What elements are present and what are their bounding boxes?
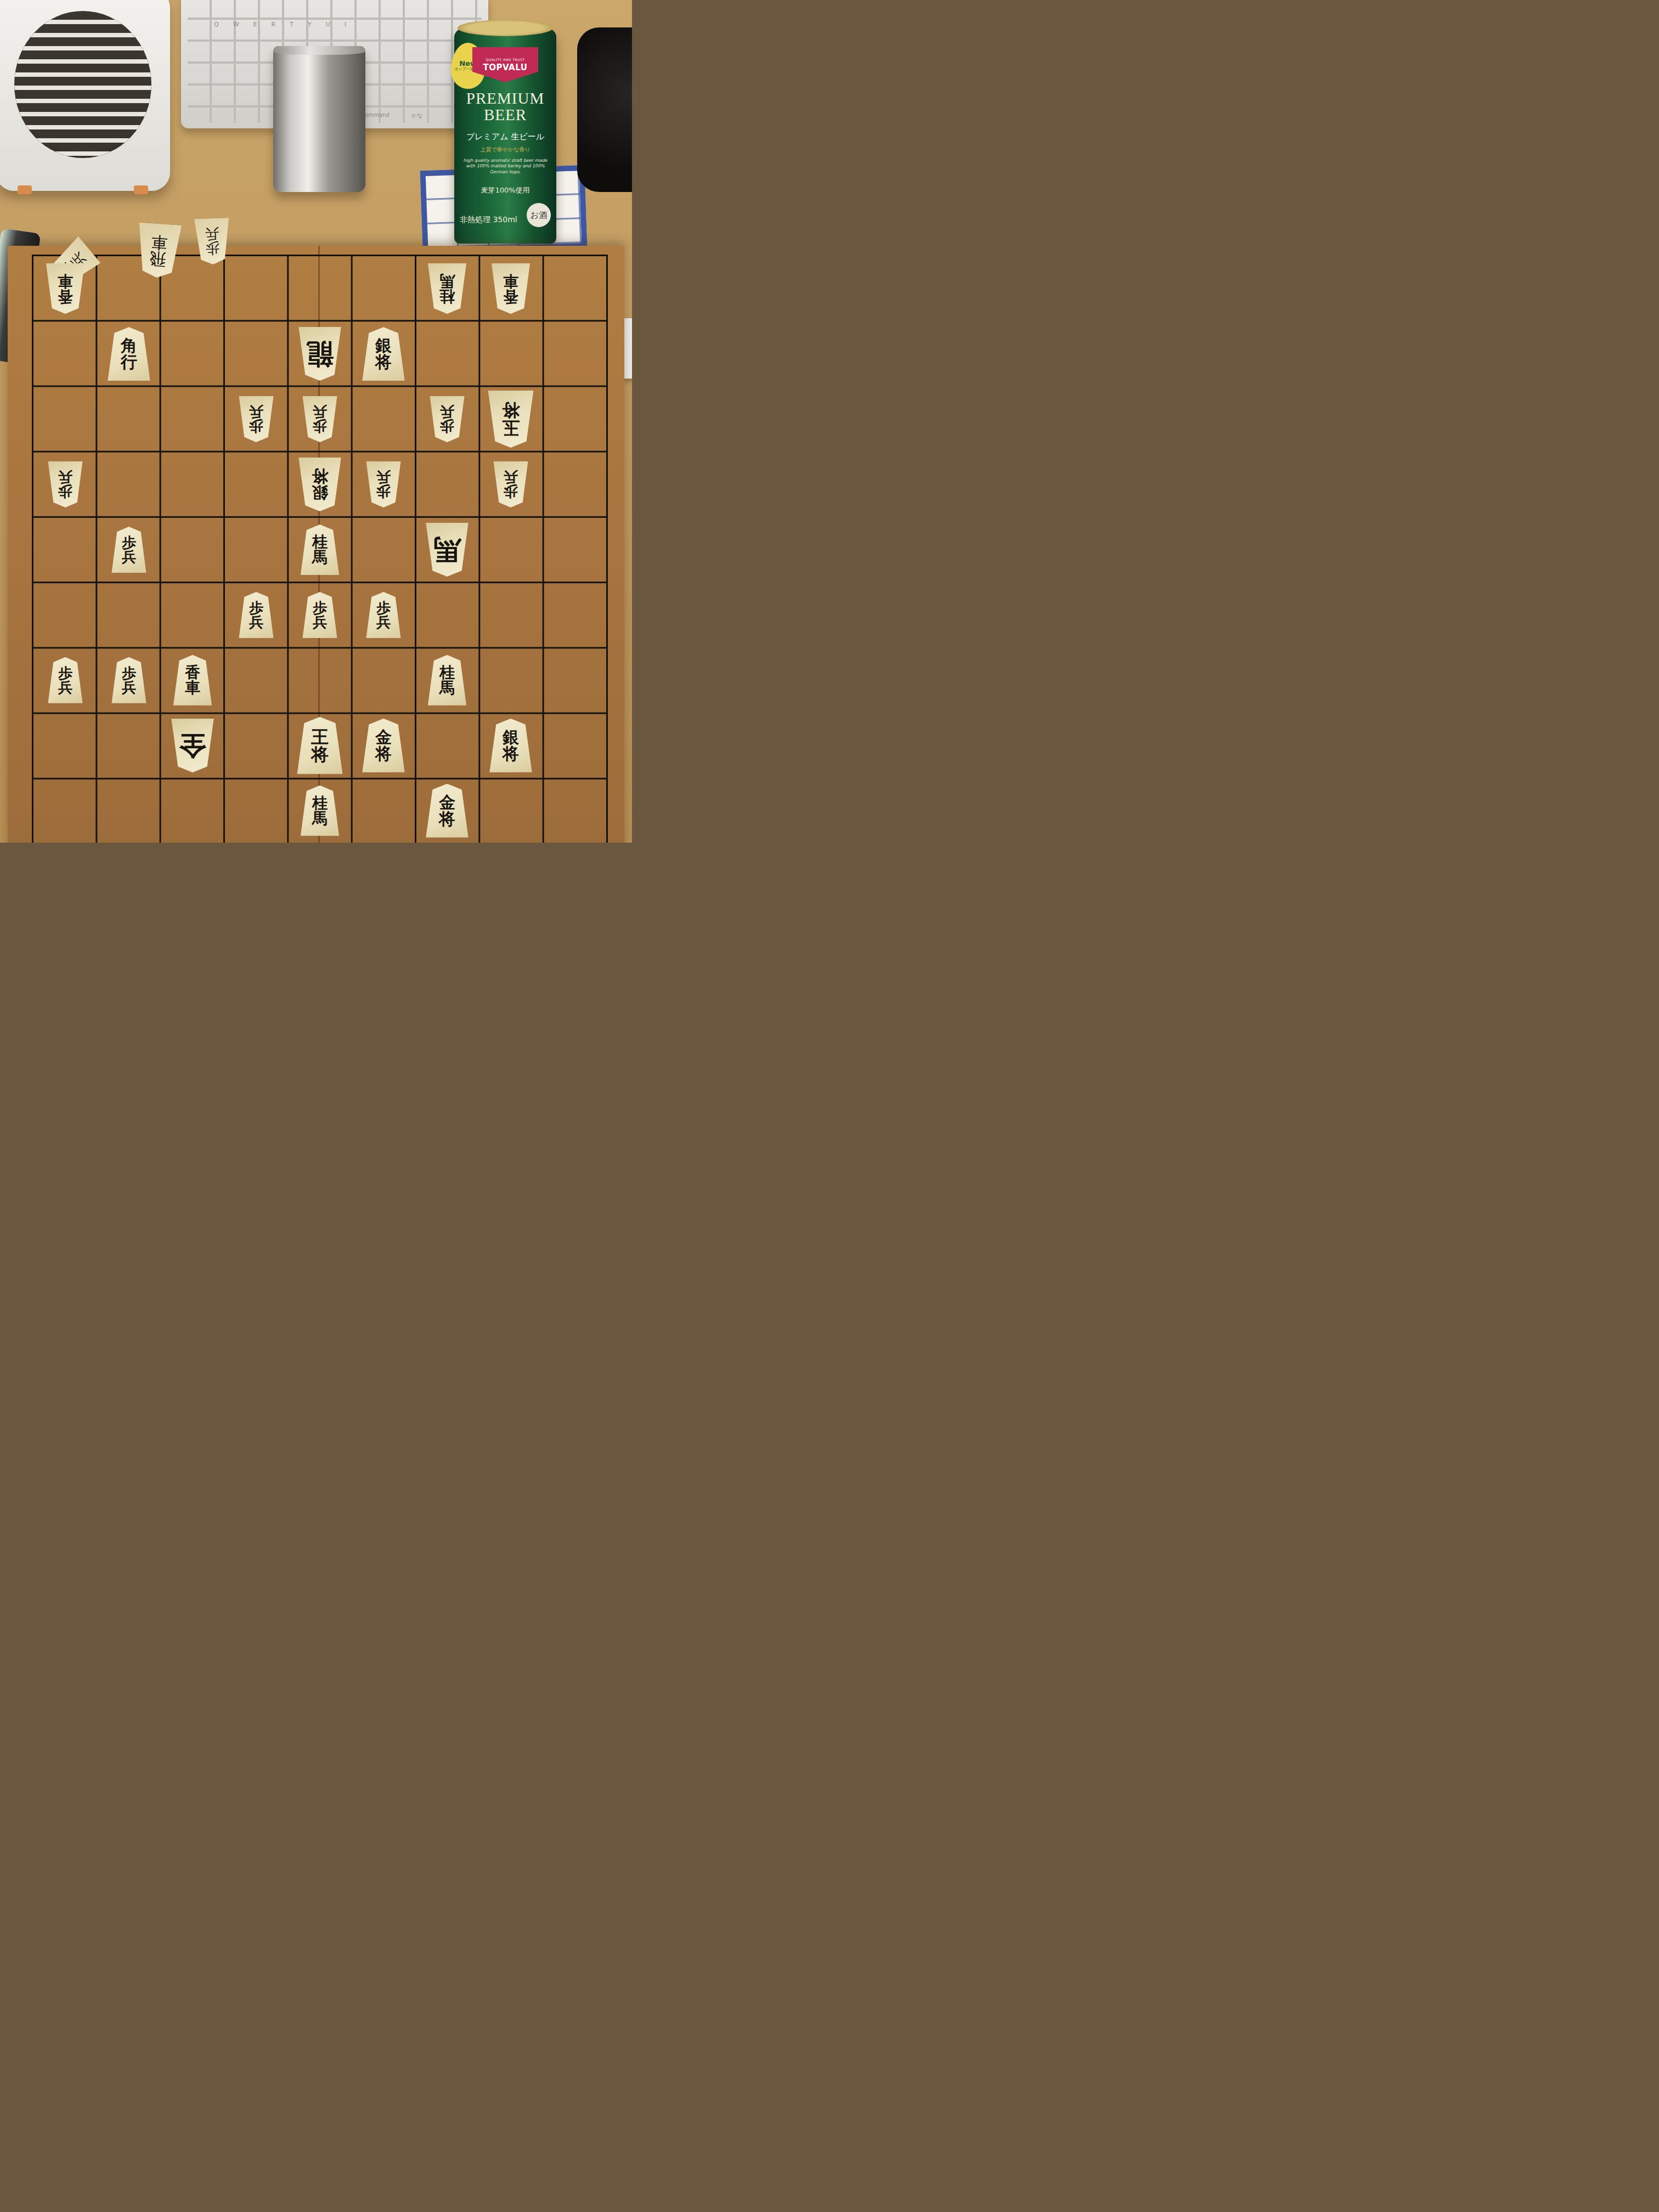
shogi-piece-3e[interactable]: 馬	[424, 523, 471, 577]
piece-kanji: 歩	[313, 419, 327, 433]
piece-kanji: 銀	[503, 729, 519, 746]
shogi-piece-3i[interactable]: 金将	[424, 784, 471, 838]
beer-subtitle: プレミアム 生ビール	[454, 132, 556, 142]
beer-body-text: high quality aromatic draft beer made wi…	[460, 158, 551, 175]
piece-kanji: 歩	[440, 419, 454, 433]
piece-kanji: 歩	[249, 419, 263, 433]
piece-kanji: 桂	[439, 289, 455, 304]
metal-tumbler	[273, 46, 365, 192]
key-command[interactable]: command	[362, 112, 390, 120]
piece-kanji: 桂	[439, 665, 455, 680]
beer-can-lid	[458, 20, 553, 36]
air-cooler-fan	[0, 0, 170, 191]
beer-title: PREMIUM BEER	[454, 90, 556, 123]
beer-can: New ホップ一部使用 QUALITY AND TRUST TOPVALU PR…	[454, 29, 556, 244]
beer-volume: 非熱処理 350ml	[460, 215, 517, 225]
fan-slats	[14, 11, 151, 158]
piece-kanji: 歩	[504, 484, 518, 499]
key-E[interactable]: E	[253, 21, 257, 28]
shogi-piece-5b[interactable]: 龍	[296, 327, 343, 381]
board-grid[interactable]: 香車桂馬香車角行龍銀将歩兵歩兵歩兵玉将歩兵銀将歩兵歩兵歩兵桂馬馬歩兵歩兵歩兵歩兵…	[32, 255, 608, 843]
shogi-piece-6f[interactable]: 歩兵	[237, 592, 275, 638]
shogi-piece-2h[interactable]: 銀将	[487, 719, 534, 772]
shogi-piece-4b[interactable]: 銀将	[360, 327, 407, 381]
piece-kanji: 歩	[58, 666, 72, 680]
piece-kanji: 将	[312, 468, 328, 484]
shogi-piece-9a[interactable]: 香車	[44, 263, 87, 314]
piece-kanji: 将	[502, 402, 520, 419]
piece-kanji: 歩	[122, 535, 136, 550]
piece-kanji: 銀	[375, 337, 392, 354]
piece-kanji: 兵	[313, 615, 327, 629]
piece-kanji: 兵	[58, 470, 72, 484]
piece-kanji: 車	[58, 273, 73, 289]
key-T[interactable]: T	[290, 21, 294, 28]
piece-kanji: 全	[179, 732, 206, 759]
shogi-piece-2c[interactable]: 玉将	[486, 391, 536, 448]
piece-kanji: 馬	[439, 680, 455, 696]
piece-kanji: 将	[439, 811, 455, 827]
key-Q[interactable]: Q	[214, 21, 219, 28]
shogi-piece-7h[interactable]: 全	[169, 719, 216, 772]
piece-kanji: 兵	[122, 680, 136, 695]
piece-kanji: 兵	[58, 680, 72, 695]
piece-kanji: 香	[185, 665, 200, 680]
shogi-piece-8e[interactable]: 歩兵	[110, 527, 148, 573]
piece-kanji: 香	[503, 289, 518, 304]
keyboard-letter-row: QWERTYUI	[214, 21, 346, 28]
piece-kanji: 兵	[313, 405, 327, 419]
fan-grille	[14, 11, 151, 158]
crest-motto: QUALITY AND TRUST	[486, 58, 525, 61]
fan-foot	[134, 185, 148, 194]
piece-kanji: 将	[503, 746, 519, 762]
shogi-piece-5e[interactable]: 桂馬	[298, 524, 341, 575]
shogi-piece-2a[interactable]: 香車	[489, 263, 532, 314]
piece-kanji: 将	[311, 746, 329, 763]
piece-kanji: 歩	[376, 601, 391, 615]
piece-kanji: 馬	[439, 273, 455, 289]
shogi-piece-5c[interactable]: 歩兵	[301, 396, 339, 442]
shogi-piece-9g[interactable]: 歩兵	[46, 657, 84, 703]
piece-kanji: 歩	[205, 241, 220, 256]
shogi-piece-5h[interactable]: 王将	[295, 717, 345, 774]
piece-kanji: 車	[503, 273, 518, 289]
brand-name: TOPVALU	[483, 63, 528, 72]
piece-kanji: 兵	[504, 470, 518, 484]
piece-kanji: 馬	[312, 811, 328, 826]
key-W[interactable]: W	[233, 21, 239, 28]
piece-kanji: 歩	[58, 484, 72, 499]
piece-kanji: 兵	[376, 615, 391, 629]
key-かな[interactable]: かな	[411, 112, 422, 120]
shogi-piece-8b[interactable]: 角行	[105, 327, 153, 381]
piece-kanji: 行	[121, 354, 137, 370]
shogi-piece-4h[interactable]: 金将	[360, 719, 407, 772]
piece-kanji: 馬	[312, 550, 328, 565]
piece-kanji: 金	[375, 729, 392, 746]
speaker	[577, 27, 632, 192]
piece-kanji: 歩	[122, 666, 136, 680]
photo-scene: QWERTYUI commandかな New ホップ一部使用 QUALITY A…	[0, 0, 632, 843]
piece-kanji: 将	[375, 746, 392, 762]
fan-foot	[18, 185, 32, 194]
shogi-piece-3a[interactable]: 桂馬	[426, 263, 469, 314]
beer-malt-text: 麦芽100%使用	[454, 185, 556, 195]
beer-tagline: 上質で華やかな香り	[454, 146, 556, 154]
shogi-piece-4d[interactable]: 歩兵	[364, 461, 403, 507]
piece-kanji: 兵	[205, 227, 219, 242]
piece-kanji: 歩	[249, 601, 263, 615]
shogi-board: 香車桂馬香車角行龍銀将歩兵歩兵歩兵玉将歩兵銀将歩兵歩兵歩兵桂馬馬歩兵歩兵歩兵歩兵…	[8, 246, 624, 843]
sake-badge: お酒	[527, 203, 551, 227]
piece-kanji: 兵	[122, 550, 136, 564]
shogi-piece-9d[interactable]: 歩兵	[46, 461, 84, 507]
shogi-piece-2d[interactable]: 歩兵	[492, 461, 530, 507]
shogi-piece-5d[interactable]: 銀将	[296, 458, 343, 511]
piece-kanji: 桂	[312, 534, 328, 550]
piece-kanji: 桂	[312, 795, 328, 811]
piece-kanji: 兵	[376, 470, 391, 484]
piece-kanji: 龍	[306, 340, 334, 368]
piece-kanji: 車	[150, 234, 168, 251]
piece-kanji: 香	[58, 289, 73, 304]
shogi-piece-8g[interactable]: 歩兵	[110, 657, 148, 703]
keyboard-bottom-keys: commandかな	[362, 112, 422, 120]
piece-kanji: 銀	[312, 484, 328, 501]
shogi-piece-5i[interactable]: 桂馬	[298, 786, 341, 836]
piece-kanji: 馬	[433, 536, 461, 563]
shogi-piece-5f[interactable]: 歩兵	[301, 592, 339, 638]
key-R[interactable]: R	[272, 21, 276, 28]
piece-kanji: 金	[439, 794, 455, 811]
shogi-piece-3c[interactable]: 歩兵	[428, 396, 466, 442]
key-U[interactable]: U	[326, 21, 330, 28]
piece-kanji: 兵	[249, 615, 263, 629]
piece-kanji: 王	[311, 728, 329, 746]
piece-kanji: 車	[185, 680, 200, 696]
key-I[interactable]: I	[345, 21, 346, 28]
key-Y[interactable]: Y	[308, 21, 312, 28]
piece-kanji: 歩	[376, 484, 391, 499]
piece-kanji: 歩	[313, 601, 327, 615]
piece-kanji: 玉	[502, 419, 520, 437]
shogi-piece-7g[interactable]: 香車	[171, 655, 214, 706]
shogi-piece-6c[interactable]: 歩兵	[237, 396, 275, 442]
shogi-piece-3g[interactable]: 桂馬	[426, 655, 469, 706]
piece-kanji: 将	[375, 354, 392, 370]
piece-kanji: 兵	[249, 405, 263, 419]
piece-kanji: 角	[121, 337, 137, 354]
piece-kanji: 兵	[440, 405, 454, 419]
shogi-piece-4f[interactable]: 歩兵	[364, 592, 403, 638]
